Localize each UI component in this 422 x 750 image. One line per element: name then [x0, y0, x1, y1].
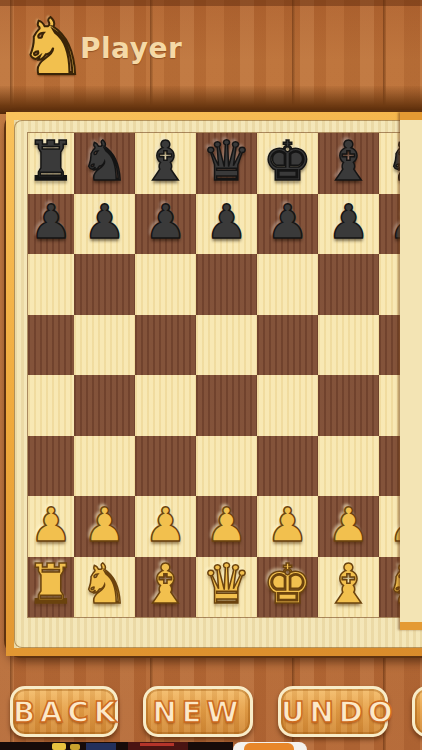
square-b7[interactable]: ♟ — [74, 194, 135, 255]
square-b6[interactable] — [74, 254, 135, 315]
black-pawn: ♟ — [266, 198, 308, 245]
white-pawn: ♟ — [205, 501, 247, 548]
board-right-frame — [400, 112, 422, 630]
black-pawn: ♟ — [83, 198, 125, 245]
white-rook: ♜ — [28, 557, 76, 612]
square-a8[interactable]: ♜ — [28, 133, 74, 194]
square-d6[interactable] — [196, 254, 257, 315]
square-d3[interactable] — [196, 436, 257, 497]
square-d1[interactable]: ♛ — [196, 557, 257, 618]
square-c6[interactable] — [135, 254, 196, 315]
square-a1[interactable]: ♜ — [28, 557, 74, 618]
square-b4[interactable] — [74, 375, 135, 436]
black-king: ♚ — [263, 134, 312, 189]
square-e4[interactable] — [257, 375, 318, 436]
square-c7[interactable]: ♟ — [135, 194, 196, 255]
square-c1[interactable]: ♝ — [135, 557, 196, 618]
chess-board-frame: ♜♞♝♛♚♝♞♜♟♟♟♟♟♟♟♟♟♟♟♟♟♟♟♟♜♞♝♛♚♝♞♜ — [6, 112, 422, 656]
player-topbar: ♞ Player — [0, 0, 422, 96]
square-d8[interactable]: ♛ — [196, 133, 257, 194]
square-e7[interactable]: ♟ — [257, 194, 318, 255]
white-pawn: ♟ — [30, 501, 72, 548]
square-e3[interactable] — [257, 436, 318, 497]
square-b1[interactable]: ♞ — [74, 557, 135, 618]
black-knight: ♞ — [80, 134, 129, 189]
black-pawn: ♟ — [144, 198, 186, 245]
white-bishop: ♝ — [324, 557, 373, 612]
next-screenshot-sliver — [0, 742, 422, 750]
square-e6[interactable] — [257, 254, 318, 315]
square-e8[interactable]: ♚ — [257, 133, 318, 194]
square-c8[interactable]: ♝ — [135, 133, 196, 194]
sliver-orange-detail — [244, 743, 294, 750]
square-d7[interactable]: ♟ — [196, 194, 257, 255]
white-knight: ♞ — [80, 557, 129, 612]
square-c2[interactable]: ♟ — [135, 496, 196, 557]
square-a3[interactable] — [28, 436, 74, 497]
square-e2[interactable]: ♟ — [257, 496, 318, 557]
square-f7[interactable]: ♟ — [318, 194, 379, 255]
button-row: BACKNEWUNDO — [0, 686, 422, 740]
square-f8[interactable]: ♝ — [318, 133, 379, 194]
square-e5[interactable] — [257, 315, 318, 376]
sliver-blue-detail — [86, 743, 116, 750]
square-a6[interactable] — [28, 254, 74, 315]
chess-board[interactable]: ♜♞♝♛♚♝♞♜♟♟♟♟♟♟♟♟♟♟♟♟♟♟♟♟♜♞♝♛♚♝♞♜ — [28, 133, 408, 617]
square-b2[interactable]: ♟ — [74, 496, 135, 557]
square-f5[interactable] — [318, 315, 379, 376]
square-d4[interactable] — [196, 375, 257, 436]
black-pawn: ♟ — [327, 198, 369, 245]
knight-icon: ♞ — [18, 2, 80, 92]
square-a2[interactable]: ♟ — [28, 496, 74, 557]
white-queen: ♛ — [202, 557, 251, 612]
square-c5[interactable] — [135, 315, 196, 376]
white-bishop: ♝ — [141, 557, 190, 612]
black-queen: ♛ — [202, 134, 251, 189]
sliver-red-label — [140, 743, 174, 746]
square-f1[interactable]: ♝ — [318, 557, 379, 618]
white-king: ♚ — [263, 557, 312, 612]
white-pawn: ♟ — [266, 501, 308, 548]
square-c3[interactable] — [135, 436, 196, 497]
sliver-dark-segment — [0, 742, 233, 750]
black-bishop: ♝ — [141, 134, 190, 189]
new-button[interactable]: NEW — [143, 686, 253, 737]
square-f3[interactable] — [318, 436, 379, 497]
black-rook: ♜ — [28, 134, 76, 189]
white-pawn: ♟ — [144, 501, 186, 548]
square-d5[interactable] — [196, 315, 257, 376]
square-c4[interactable] — [135, 375, 196, 436]
black-pawn: ♟ — [30, 198, 72, 245]
square-f6[interactable] — [318, 254, 379, 315]
square-f4[interactable] — [318, 375, 379, 436]
square-d2[interactable]: ♟ — [196, 496, 257, 557]
square-f2[interactable]: ♟ — [318, 496, 379, 557]
square-a5[interactable] — [28, 315, 74, 376]
square-b8[interactable]: ♞ — [74, 133, 135, 194]
partial-button[interactable] — [412, 686, 422, 737]
black-pawn: ♟ — [205, 198, 247, 245]
back-button[interactable]: BACK — [10, 686, 118, 737]
square-b5[interactable] — [74, 315, 135, 376]
square-e1[interactable]: ♚ — [257, 557, 318, 618]
white-pawn: ♟ — [327, 501, 369, 548]
sliver-gold-detail — [70, 744, 80, 750]
white-pawn: ♟ — [83, 501, 125, 548]
square-b3[interactable] — [74, 436, 135, 497]
black-bishop: ♝ — [324, 134, 373, 189]
sliver-gold-detail — [52, 743, 66, 750]
square-a7[interactable]: ♟ — [28, 194, 74, 255]
square-a4[interactable] — [28, 375, 74, 436]
player-name-label: Player — [80, 32, 182, 65]
undo-button[interactable]: UNDO — [278, 686, 388, 737]
